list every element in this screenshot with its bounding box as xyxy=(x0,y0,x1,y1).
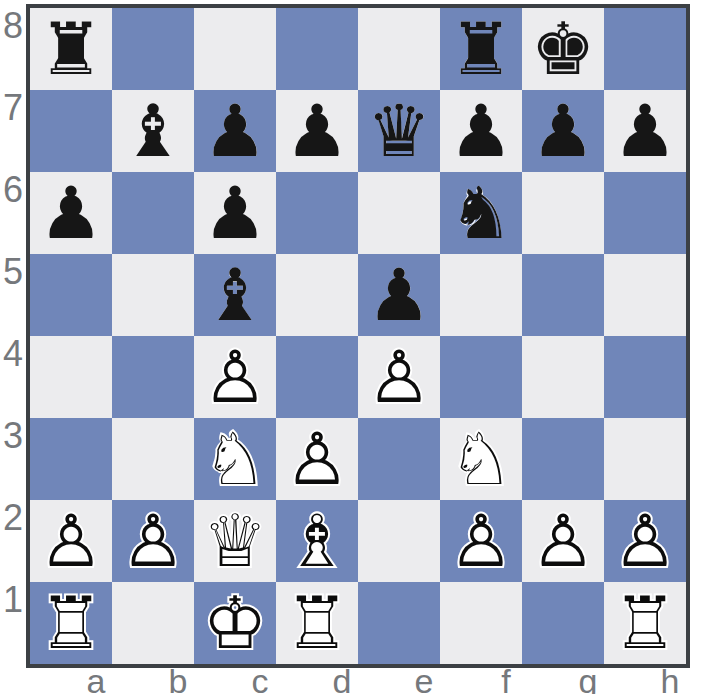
pawn-icon: ♟ xyxy=(440,90,522,172)
rank-label-1: 1 xyxy=(0,578,26,660)
piece-white-rook[interactable]: ♜♖ xyxy=(604,582,686,664)
square-g6[interactable] xyxy=(522,172,604,254)
square-e6[interactable] xyxy=(358,172,440,254)
square-h2[interactable]: ♟♙ xyxy=(604,500,686,582)
square-d8[interactable] xyxy=(276,8,358,90)
king-icon: ♔ xyxy=(194,582,276,664)
rank-labels: 87654321 xyxy=(0,4,26,660)
square-a1[interactable]: ♜♖ xyxy=(30,582,112,664)
piece-white-pawn[interactable]: ♟♙ xyxy=(604,500,686,582)
chess-board: ♖♜♖♜♔♚♗♝♙♟♙♟♕♛♙♟♙♟♙♟♙♟♙♟♘♞♗♝♙♟♟♙♟♙♞♘♟♙♞♘… xyxy=(26,4,690,668)
pawn-icon: ♙ xyxy=(604,500,686,582)
square-e1[interactable] xyxy=(358,582,440,664)
piece-black-bishop[interactable]: ♗♝ xyxy=(194,254,276,336)
file-label-a: a xyxy=(55,666,137,694)
square-g8[interactable]: ♔♚ xyxy=(522,8,604,90)
pawn-icon: ♙ xyxy=(522,500,604,582)
pawn-icon: ♟ xyxy=(194,172,276,254)
piece-black-pawn[interactable]: ♙♟ xyxy=(604,90,686,172)
square-a6[interactable]: ♙♟ xyxy=(30,172,112,254)
knight-icon: ♘ xyxy=(194,418,276,500)
square-f1[interactable] xyxy=(440,582,522,664)
square-e8[interactable] xyxy=(358,8,440,90)
square-c8[interactable] xyxy=(194,8,276,90)
square-f7[interactable]: ♙♟ xyxy=(440,90,522,172)
square-c6[interactable]: ♙♟ xyxy=(194,172,276,254)
square-c2[interactable]: ♛♕ xyxy=(194,500,276,582)
piece-black-pawn[interactable]: ♙♟ xyxy=(440,90,522,172)
pawn-icon: ♙ xyxy=(276,418,358,500)
square-a3[interactable] xyxy=(30,418,112,500)
square-h4[interactable] xyxy=(604,336,686,418)
square-e7[interactable]: ♕♛ xyxy=(358,90,440,172)
square-h5[interactable] xyxy=(604,254,686,336)
piece-black-king[interactable]: ♔♚ xyxy=(522,8,604,90)
piece-white-knight[interactable]: ♞♘ xyxy=(440,418,522,500)
piece-white-queen[interactable]: ♛♕ xyxy=(194,500,276,582)
rook-icon: ♜ xyxy=(440,8,522,90)
square-g1[interactable] xyxy=(522,582,604,664)
queen-icon: ♕ xyxy=(194,500,276,582)
piece-white-bishop[interactable]: ♝♗ xyxy=(276,500,358,582)
file-label-e: e xyxy=(383,666,465,694)
knight-icon: ♘ xyxy=(440,418,522,500)
pawn-icon: ♙ xyxy=(440,500,522,582)
square-c4[interactable]: ♟♙ xyxy=(194,336,276,418)
square-a2[interactable]: ♟♙ xyxy=(30,500,112,582)
square-a4[interactable] xyxy=(30,336,112,418)
square-f3[interactable]: ♞♘ xyxy=(440,418,522,500)
piece-black-rook[interactable]: ♖♜ xyxy=(30,8,112,90)
square-b7[interactable]: ♗♝ xyxy=(112,90,194,172)
rank-label-4: 4 xyxy=(0,332,26,414)
king-icon: ♚ xyxy=(522,8,604,90)
rook-icon: ♖ xyxy=(604,582,686,664)
square-g3[interactable] xyxy=(522,418,604,500)
pawn-icon: ♟ xyxy=(604,90,686,172)
rook-icon: ♖ xyxy=(30,582,112,664)
piece-white-pawn[interactable]: ♟♙ xyxy=(112,500,194,582)
square-f5[interactable] xyxy=(440,254,522,336)
square-e3[interactable] xyxy=(358,418,440,500)
rank-label-6: 6 xyxy=(0,168,26,250)
square-a8[interactable]: ♖♜ xyxy=(30,8,112,90)
piece-white-rook[interactable]: ♜♖ xyxy=(30,582,112,664)
bishop-icon: ♝ xyxy=(194,254,276,336)
file-label-g: g xyxy=(547,666,629,694)
piece-white-rook[interactable]: ♜♖ xyxy=(276,582,358,664)
square-d3[interactable]: ♟♙ xyxy=(276,418,358,500)
rank-label-2: 2 xyxy=(0,496,26,578)
square-h3[interactable] xyxy=(604,418,686,500)
pawn-icon: ♟ xyxy=(522,90,604,172)
piece-white-pawn[interactable]: ♟♙ xyxy=(276,418,358,500)
square-b3[interactable] xyxy=(112,418,194,500)
pawn-icon: ♙ xyxy=(112,500,194,582)
piece-black-queen[interactable]: ♕♛ xyxy=(358,90,440,172)
square-b5[interactable] xyxy=(112,254,194,336)
rank-label-7: 7 xyxy=(0,86,26,168)
pawn-icon: ♟ xyxy=(30,172,112,254)
pawn-icon: ♙ xyxy=(358,336,440,418)
square-f6[interactable]: ♘♞ xyxy=(440,172,522,254)
square-e2[interactable] xyxy=(358,500,440,582)
pawn-icon: ♟ xyxy=(194,90,276,172)
square-a5[interactable] xyxy=(30,254,112,336)
square-b1[interactable] xyxy=(112,582,194,664)
square-c5[interactable]: ♗♝ xyxy=(194,254,276,336)
piece-black-rook[interactable]: ♖♜ xyxy=(440,8,522,90)
piece-white-pawn[interactable]: ♟♙ xyxy=(522,500,604,582)
square-h1[interactable]: ♜♖ xyxy=(604,582,686,664)
chess-app-screen: 87654321 ♖♜♖♜♔♚♗♝♙♟♙♟♕♛♙♟♙♟♙♟♙♟♙♟♘♞♗♝♙♟♟… xyxy=(0,0,720,694)
square-b4[interactable] xyxy=(112,336,194,418)
piece-white-pawn[interactable]: ♟♙ xyxy=(440,500,522,582)
file-label-b: b xyxy=(137,666,219,694)
file-label-f: f xyxy=(465,666,547,694)
square-a7[interactable] xyxy=(30,90,112,172)
piece-white-pawn[interactable]: ♟♙ xyxy=(30,500,112,582)
piece-black-knight[interactable]: ♘♞ xyxy=(440,172,522,254)
rank-label-3: 3 xyxy=(0,414,26,496)
piece-black-pawn[interactable]: ♙♟ xyxy=(276,90,358,172)
square-e4[interactable]: ♟♙ xyxy=(358,336,440,418)
knight-icon: ♞ xyxy=(440,172,522,254)
square-d1[interactable]: ♜♖ xyxy=(276,582,358,664)
square-d2[interactable]: ♝♗ xyxy=(276,500,358,582)
square-b6[interactable] xyxy=(112,172,194,254)
square-d6[interactable] xyxy=(276,172,358,254)
square-b2[interactable]: ♟♙ xyxy=(112,500,194,582)
piece-black-pawn[interactable]: ♙♟ xyxy=(358,254,440,336)
file-labels: abcdefgh xyxy=(55,666,711,694)
bishop-icon: ♝ xyxy=(112,90,194,172)
square-b8[interactable] xyxy=(112,8,194,90)
rank-label-5: 5 xyxy=(0,250,26,332)
square-f4[interactable] xyxy=(440,336,522,418)
piece-black-pawn[interactable]: ♙♟ xyxy=(194,90,276,172)
piece-white-king[interactable]: ♚♔ xyxy=(194,582,276,664)
square-g5[interactable] xyxy=(522,254,604,336)
file-label-h: h xyxy=(629,666,711,694)
square-d5[interactable] xyxy=(276,254,358,336)
square-c7[interactable]: ♙♟ xyxy=(194,90,276,172)
pawn-icon: ♙ xyxy=(194,336,276,418)
piece-black-pawn[interactable]: ♙♟ xyxy=(30,172,112,254)
square-h7[interactable]: ♙♟ xyxy=(604,90,686,172)
square-h8[interactable] xyxy=(604,8,686,90)
bishop-icon: ♗ xyxy=(276,500,358,582)
rank-label-8: 8 xyxy=(0,4,26,86)
square-g4[interactable] xyxy=(522,336,604,418)
square-g7[interactable]: ♙♟ xyxy=(522,90,604,172)
square-c3[interactable]: ♞♘ xyxy=(194,418,276,500)
piece-black-bishop[interactable]: ♗♝ xyxy=(112,90,194,172)
file-label-c: c xyxy=(219,666,301,694)
pawn-icon: ♟ xyxy=(358,254,440,336)
rook-icon: ♜ xyxy=(30,8,112,90)
piece-black-pawn[interactable]: ♙♟ xyxy=(194,172,276,254)
rook-icon: ♖ xyxy=(276,582,358,664)
pawn-icon: ♙ xyxy=(30,500,112,582)
piece-black-pawn[interactable]: ♙♟ xyxy=(522,90,604,172)
piece-white-knight[interactable]: ♞♘ xyxy=(194,418,276,500)
square-f8[interactable]: ♖♜ xyxy=(440,8,522,90)
piece-white-pawn[interactable]: ♟♙ xyxy=(358,336,440,418)
square-h6[interactable] xyxy=(604,172,686,254)
square-f2[interactable]: ♟♙ xyxy=(440,500,522,582)
square-d4[interactable] xyxy=(276,336,358,418)
square-e5[interactable]: ♙♟ xyxy=(358,254,440,336)
square-g2[interactable]: ♟♙ xyxy=(522,500,604,582)
square-c1[interactable]: ♚♔ xyxy=(194,582,276,664)
square-d7[interactable]: ♙♟ xyxy=(276,90,358,172)
file-label-d: d xyxy=(301,666,383,694)
queen-icon: ♛ xyxy=(358,90,440,172)
piece-white-pawn[interactable]: ♟♙ xyxy=(194,336,276,418)
pawn-icon: ♟ xyxy=(276,90,358,172)
